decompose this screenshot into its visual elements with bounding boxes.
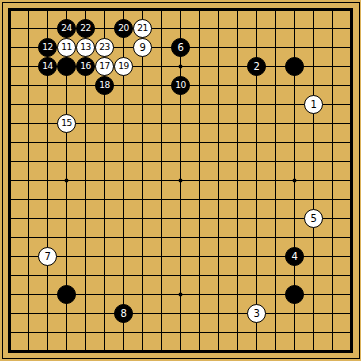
move-number: 10 (175, 81, 185, 90)
move-number: 20 (118, 24, 128, 33)
move-number: 16 (80, 62, 90, 71)
move-number: 3 (254, 308, 260, 318)
black-stone: 6 (171, 38, 190, 57)
go-board: 123456789101112131415161718192021222324 (0, 0, 361, 361)
black-stone-handicap (57, 285, 76, 304)
white-stone: 17 (95, 57, 114, 76)
move-number: 22 (80, 24, 90, 33)
black-stone: 20 (114, 19, 133, 38)
black-stone-handicap (57, 57, 76, 76)
move-number: 8 (121, 308, 127, 318)
move-number: 12 (42, 43, 52, 52)
black-stone: 8 (114, 304, 133, 323)
move-number: 4 (292, 251, 298, 261)
black-stone-handicap (285, 57, 304, 76)
white-stone: 21 (133, 19, 152, 38)
black-stone: 24 (57, 19, 76, 38)
white-stone: 1 (304, 95, 323, 114)
white-stone: 15 (57, 114, 76, 133)
move-number: 14 (42, 62, 52, 71)
white-stone: 5 (304, 209, 323, 228)
go-board-diagram: 123456789101112131415161718192021222324 (0, 0, 361, 361)
white-stone: 23 (95, 38, 114, 57)
black-stone-handicap (285, 285, 304, 304)
move-number: 2 (254, 61, 260, 71)
move-number: 21 (137, 24, 147, 33)
black-stone: 12 (38, 38, 57, 57)
move-number: 24 (61, 24, 71, 33)
black-stone: 16 (76, 57, 95, 76)
move-number: 6 (178, 42, 184, 52)
move-number: 15 (61, 119, 71, 128)
move-number: 5 (311, 213, 317, 223)
move-number: 13 (80, 43, 90, 52)
white-stone: 13 (76, 38, 95, 57)
white-stone: 3 (247, 304, 266, 323)
move-number: 17 (99, 62, 109, 71)
black-stone: 18 (95, 76, 114, 95)
move-number: 9 (140, 42, 146, 52)
white-stone: 19 (114, 57, 133, 76)
move-number: 1 (311, 99, 317, 109)
move-number: 19 (118, 62, 128, 71)
move-number: 11 (61, 43, 71, 52)
black-stone: 2 (247, 57, 266, 76)
black-stone: 22 (76, 19, 95, 38)
move-number: 18 (99, 81, 109, 90)
black-stone: 14 (38, 57, 57, 76)
move-number: 7 (45, 251, 51, 261)
white-stone: 9 (133, 38, 152, 57)
black-stone: 10 (171, 76, 190, 95)
white-stone: 11 (57, 38, 76, 57)
black-stone: 4 (285, 247, 304, 266)
move-number: 23 (99, 43, 109, 52)
white-stone: 7 (38, 247, 57, 266)
